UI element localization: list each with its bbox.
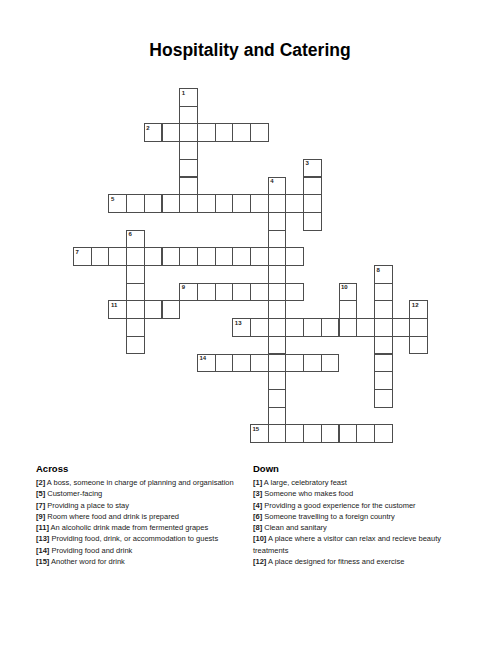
crossword-cell-r9-c9[interactable]: [232, 247, 251, 266]
crossword-cell-r13-c18[interactable]: [392, 318, 411, 337]
cell-number-13: 13: [235, 320, 242, 326]
crossword-cell-r15-c9[interactable]: [232, 354, 251, 373]
clue-number: [10]: [253, 534, 266, 543]
crossword-cell-r6-c13[interactable]: [303, 194, 322, 213]
clue-across-14: [14] Providing food and drink: [36, 545, 250, 556]
clue-text: A boss, someone in charge of planning an…: [47, 478, 234, 487]
crossword-cell-r13-c15[interactable]: [339, 318, 358, 337]
clue-text: Providing a good experience for the cust…: [264, 501, 415, 510]
crossword-cell-r9-c3[interactable]: [126, 247, 145, 266]
clue-across-7: [7] Providing a place to stay: [36, 500, 250, 511]
puzzle-title: Hospitality and Catering: [0, 40, 500, 61]
crossword-cell-r15-c14[interactable]: [321, 354, 340, 373]
crossword-cell-r15-c8[interactable]: [215, 354, 234, 373]
crossword-cell-r9-c0[interactable]: 7: [73, 247, 92, 266]
crossword-cell-r9-c2[interactable]: [108, 247, 127, 266]
clue-across-13: [13] Providing food, drink, or accommoda…: [36, 533, 250, 544]
crossword-cell-r6-c2[interactable]: 5: [108, 194, 127, 213]
cell-number-3: 3: [306, 160, 309, 166]
crossword-cell-r11-c11[interactable]: [268, 283, 287, 302]
clue-across-15: [15] Another word for drink: [36, 556, 250, 567]
clue-down-10: [10] A place where a visitor can relax a…: [253, 533, 467, 556]
crossword-cell-r13-c11[interactable]: [268, 318, 287, 337]
crossword-cell-r13-c10[interactable]: [250, 318, 269, 337]
crossword-cell-r12-c17[interactable]: [374, 300, 393, 319]
across-clues-section: Across [2] A boss, someone in charge of …: [36, 463, 250, 567]
crossword-cell-r15-c10[interactable]: [250, 354, 269, 373]
cell-number-9: 9: [182, 284, 185, 290]
cell-number-12: 12: [412, 302, 419, 308]
crossword-cell-r11-c8[interactable]: [215, 283, 234, 302]
crossword-cell-r14-c11[interactable]: [268, 336, 287, 355]
crossword-cell-r19-c12[interactable]: [285, 424, 304, 443]
crossword-cell-r9-c1[interactable]: [91, 247, 110, 266]
clue-down-6: [6] Someone travelling to a foreign coun…: [253, 511, 467, 522]
crossword-cell-r6-c6[interactable]: [179, 194, 198, 213]
crossword-cell-r13-c9[interactable]: 13: [232, 318, 251, 337]
crossword-cell-r12-c15[interactable]: [339, 300, 358, 319]
crossword-cell-r14-c17[interactable]: [374, 336, 393, 355]
crossword-cell-r9-c8[interactable]: [215, 247, 234, 266]
cell-number-5: 5: [111, 196, 114, 202]
cell-number-8: 8: [376, 267, 379, 273]
clue-down-3: [3] Someone who makes food: [253, 488, 467, 499]
cell-number-6: 6: [129, 231, 132, 237]
crossword-cell-r11-c6[interactable]: 9: [179, 283, 198, 302]
crossword-cell-r19-c14[interactable]: [321, 424, 340, 443]
down-clues-section: Down [1] A large, celebratory feast [3] …: [253, 463, 467, 567]
clue-text: Clean and sanitary: [264, 523, 327, 532]
crossword-cell-r13-c19[interactable]: [409, 318, 428, 337]
crossword-cell-r5-c13[interactable]: [303, 177, 322, 196]
crossword-cell-r13-c17[interactable]: [374, 318, 393, 337]
cell-number-10: 10: [341, 284, 348, 290]
crossword-cell-r6-c12[interactable]: [285, 194, 304, 213]
clue-number: [3]: [253, 489, 262, 498]
clue-text: Providing food and drink: [51, 546, 132, 555]
crossword-cell-r19-c11[interactable]: [268, 424, 287, 443]
clue-number: [4]: [253, 501, 262, 510]
crossword-cell-r2-c9[interactable]: [232, 123, 251, 142]
crossword-cell-r9-c4[interactable]: [144, 247, 163, 266]
clue-number: [1]: [253, 478, 262, 487]
crossword-cell-r10-c3[interactable]: [126, 265, 145, 284]
crossword-cell-r6-c3[interactable]: [126, 194, 145, 213]
cell-number-7: 7: [76, 249, 79, 255]
crossword-cell-r13-c13[interactable]: [303, 318, 322, 337]
crossword-page: Hospitality and Catering 123456789101112…: [0, 0, 500, 647]
crossword-cell-r8-c11[interactable]: [268, 230, 287, 249]
crossword-cell-r14-c19[interactable]: [409, 336, 428, 355]
cell-number-2: 2: [146, 125, 149, 131]
clue-down-1: [1] A large, celebratory feast: [253, 477, 467, 488]
crossword-cell-r12-c11[interactable]: [268, 300, 287, 319]
crossword-board: 123456789101112131415: [73, 88, 429, 444]
clue-text: An alcoholic drink made from fermented g…: [51, 523, 209, 532]
crossword-cell-r0-c6[interactable]: 1: [179, 88, 198, 107]
cell-number-1: 1: [182, 90, 185, 96]
crossword-cell-r5-c6[interactable]: [179, 177, 198, 196]
clue-text: Another word for drink: [51, 557, 125, 566]
cell-number-14: 14: [199, 355, 206, 361]
clue-number: [6]: [253, 512, 262, 521]
crossword-cell-r17-c11[interactable]: [268, 389, 287, 408]
clue-across-11: [11] An alcoholic drink made from fermen…: [36, 522, 250, 533]
clue-number: [8]: [253, 523, 262, 532]
crossword-cell-r8-c3[interactable]: 6: [126, 230, 145, 249]
crossword-cell-r5-c11[interactable]: 4: [268, 177, 287, 196]
clue-number: [12]: [253, 557, 266, 566]
crossword-cell-r7-c11[interactable]: [268, 212, 287, 231]
crossword-cell-r10-c11[interactable]: [268, 265, 287, 284]
crossword-cell-r11-c17[interactable]: [374, 283, 393, 302]
crossword-cell-r13-c16[interactable]: [356, 318, 375, 337]
crossword-cell-r11-c9[interactable]: [232, 283, 251, 302]
clue-number: [5]: [36, 489, 45, 498]
crossword-cell-r6-c11[interactable]: [268, 194, 287, 213]
crossword-cell-r17-c17[interactable]: [374, 389, 393, 408]
crossword-cell-r2-c5[interactable]: [162, 123, 181, 142]
crossword-cell-r6-c8[interactable]: [215, 194, 234, 213]
crossword-cell-r11-c12[interactable]: [285, 283, 304, 302]
crossword-cell-r12-c3[interactable]: [126, 300, 145, 319]
crossword-cell-r3-c6[interactable]: [179, 141, 198, 160]
clue-number: [15]: [36, 557, 49, 566]
crossword-cell-r13-c12[interactable]: [285, 318, 304, 337]
crossword-cell-r11-c7[interactable]: [197, 283, 216, 302]
crossword-cell-r15-c13[interactable]: [303, 354, 322, 373]
crossword-cell-r12-c4[interactable]: [144, 300, 163, 319]
clue-text: A place where a visitor can relax and re…: [253, 534, 441, 554]
crossword-cell-r9-c12[interactable]: [285, 247, 304, 266]
clue-down-8: [8] Clean and sanitary: [253, 522, 467, 533]
clue-number: [9]: [36, 512, 45, 521]
crossword-cell-r7-c13[interactable]: [303, 212, 322, 231]
crossword-cell-r12-c2[interactable]: 11: [108, 300, 127, 319]
clue-across-2: [2] A boss, someone in charge of plannin…: [36, 477, 250, 488]
crossword-cell-r19-c10[interactable]: 15: [250, 424, 269, 443]
crossword-cell-r15-c11[interactable]: [268, 354, 287, 373]
crossword-cell-r14-c3[interactable]: [126, 336, 145, 355]
crossword-cell-r19-c17[interactable]: [374, 424, 393, 443]
crossword-cell-r6-c4[interactable]: [144, 194, 163, 213]
crossword-cell-r12-c19[interactable]: 12: [409, 300, 428, 319]
crossword-cell-r19-c15[interactable]: [339, 424, 358, 443]
crossword-cell-r2-c10[interactable]: [250, 123, 269, 142]
clue-number: [14]: [36, 546, 49, 555]
cell-number-4: 4: [270, 178, 273, 184]
clue-text: Someone travelling to a foreign country: [264, 512, 395, 521]
crossword-cell-r11-c10[interactable]: [250, 283, 269, 302]
crossword-cell-r6-c9[interactable]: [232, 194, 251, 213]
crossword-cell-r6-c10[interactable]: [250, 194, 269, 213]
clue-text: Providing a place to stay: [47, 501, 129, 510]
crossword-cell-r9-c10[interactable]: [250, 247, 269, 266]
crossword-cell-r15-c17[interactable]: [374, 354, 393, 373]
crossword-cell-r11-c15[interactable]: 10: [339, 283, 358, 302]
clue-number: [11]: [36, 523, 49, 532]
down-header: Down: [253, 463, 467, 474]
clue-number: [13]: [36, 534, 49, 543]
crossword-cell-r2-c8[interactable]: [215, 123, 234, 142]
clue-text: Someone who makes food: [264, 489, 353, 498]
crossword-cell-r13-c14[interactable]: [321, 318, 340, 337]
crossword-cell-r9-c6[interactable]: [179, 247, 198, 266]
crossword-cell-r4-c6[interactable]: [179, 159, 198, 178]
crossword-cell-r6-c7[interactable]: [197, 194, 216, 213]
clue-text: A place designed for fitness and exercis…: [268, 557, 404, 566]
crossword-cell-r2-c4[interactable]: 2: [144, 123, 163, 142]
clue-text: Room where food and drink is prepared: [47, 512, 179, 521]
crossword-cell-r1-c6[interactable]: [179, 106, 198, 125]
clue-down-12: [12] A place designed for fitness and ex…: [253, 556, 467, 567]
crossword-cell-r2-c7[interactable]: [197, 123, 216, 142]
crossword-cell-r12-c5[interactable]: [162, 300, 181, 319]
clue-across-9: [9] Room where food and drink is prepare…: [36, 511, 250, 522]
clue-number: [7]: [36, 501, 45, 510]
clue-text: Customer-facing: [47, 489, 102, 498]
crossword-cell-r19-c13[interactable]: [303, 424, 322, 443]
crossword-cell-r9-c5[interactable]: [162, 247, 181, 266]
crossword-cell-r19-c16[interactable]: [356, 424, 375, 443]
crossword-cell-r18-c11[interactable]: [268, 407, 287, 426]
clue-across-5: [5] Customer-facing: [36, 488, 250, 499]
clue-number: [2]: [36, 478, 45, 487]
cell-number-15: 15: [253, 426, 260, 432]
crossword-cell-r13-c3[interactable]: [126, 318, 145, 337]
clue-text: A large, celebratory feast: [264, 478, 347, 487]
crossword-cell-r9-c7[interactable]: [197, 247, 216, 266]
clue-down-4: [4] Providing a good experience for the …: [253, 500, 467, 511]
crossword-cell-r15-c7[interactable]: 14: [197, 354, 216, 373]
crossword-cell-r16-c11[interactable]: [268, 371, 287, 390]
crossword-cell-r4-c13[interactable]: 3: [303, 159, 322, 178]
crossword-cell-r16-c17[interactable]: [374, 371, 393, 390]
clue-text: Providing food, drink, or accommodation …: [51, 534, 218, 543]
crossword-cell-r15-c12[interactable]: [285, 354, 304, 373]
across-header: Across: [36, 463, 250, 474]
crossword-cell-r2-c6[interactable]: [179, 123, 198, 142]
crossword-cell-r11-c3[interactable]: [126, 283, 145, 302]
crossword-cell-r10-c17[interactable]: 8: [374, 265, 393, 284]
crossword-cell-r9-c11[interactable]: [268, 247, 287, 266]
crossword-cell-r6-c5[interactable]: [162, 194, 181, 213]
cell-number-11: 11: [111, 302, 117, 308]
